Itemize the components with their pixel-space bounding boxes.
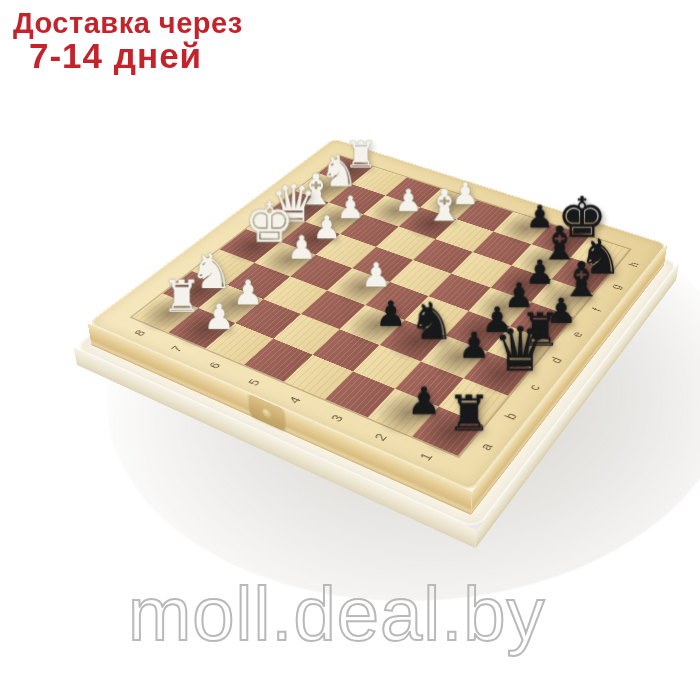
piece-black-rook-a1[interactable]: ♜ [443, 389, 496, 438]
piece-white-bishop-g5[interactable]: ♝ [423, 183, 465, 227]
delivery-line-1: Доставка через [13, 8, 243, 38]
piece-black-queen-c1[interactable]: ♛ [493, 319, 543, 380]
delivery-banner: Доставка через 7-14 дней [13, 8, 243, 75]
piece-black-pawn-c2[interactable]: ♟ [449, 327, 498, 363]
square-c4[interactable]: ♟ [340, 305, 405, 345]
watermark: moll.deal.by [128, 570, 546, 657]
piece-white-pawn-d7[interactable]: ♟ [280, 232, 324, 264]
square-a8[interactable]: ♜ [132, 293, 198, 332]
piece-white-pawn-a7[interactable]: ♟ [195, 299, 243, 334]
delivery-line-2: 7-14 дней [29, 38, 243, 75]
square-c5[interactable] [301, 291, 365, 330]
piece-white-pawn-d5[interactable]: ♟ [353, 259, 399, 292]
product-photo: Доставка через 7-14 дней ♜♞♚♛♝♞♜♟♟♟♟♟♟♟♝… [0, 0, 700, 700]
